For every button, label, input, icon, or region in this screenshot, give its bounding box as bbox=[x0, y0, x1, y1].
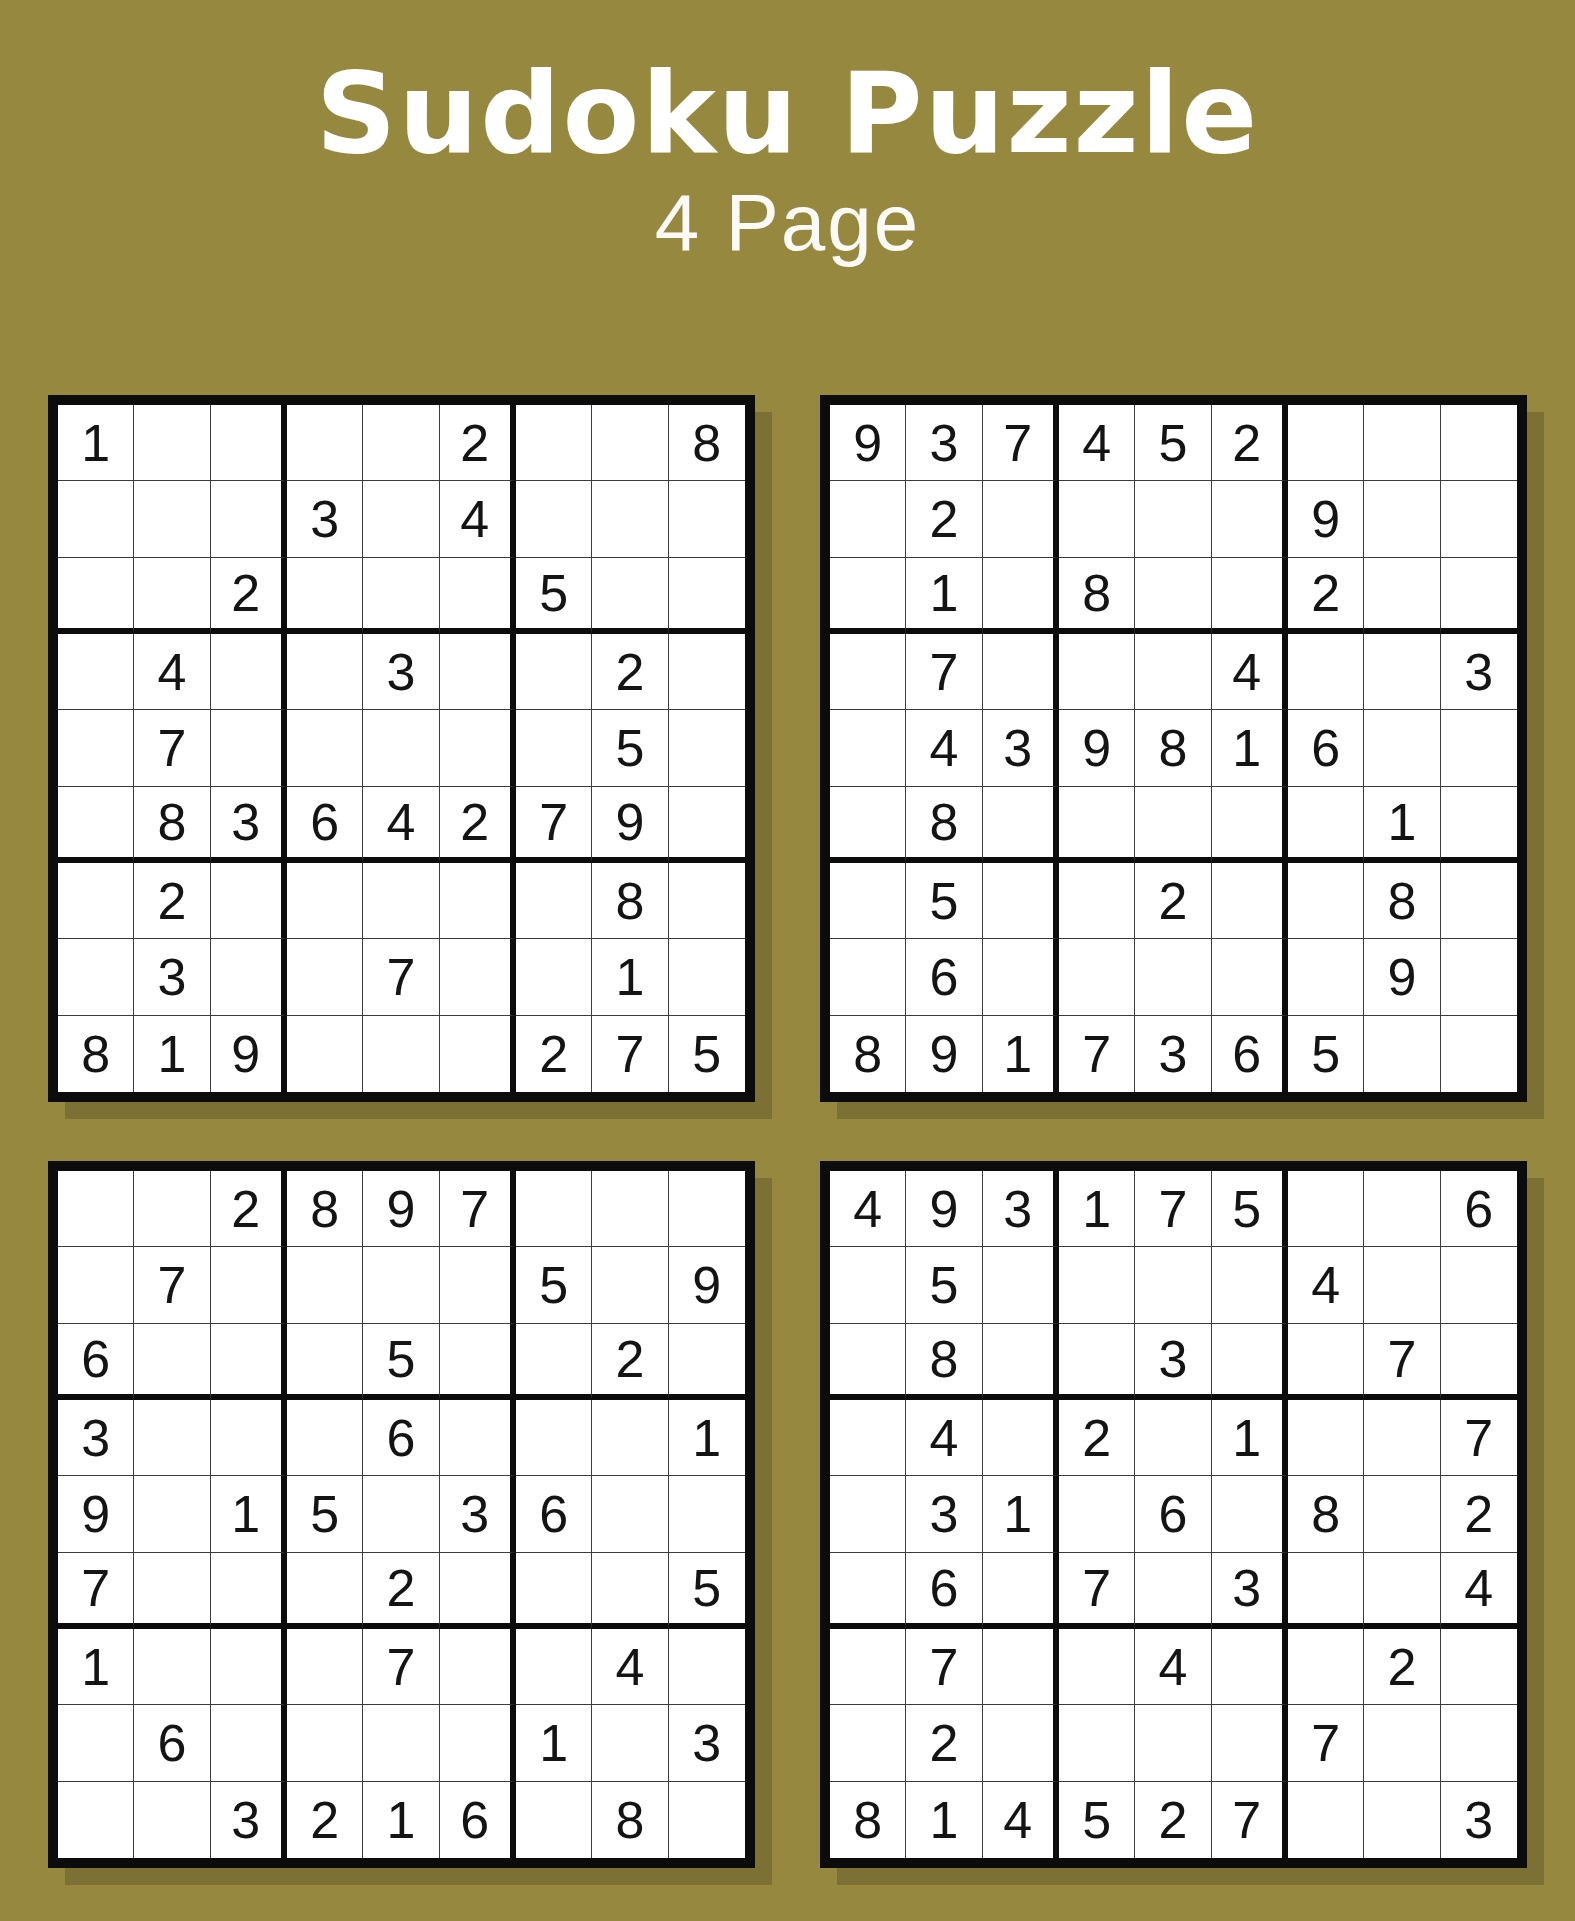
cell-b3-r1c9[interactable] bbox=[669, 1171, 745, 1247]
cell-b3-r7c2[interactable] bbox=[134, 1629, 210, 1705]
cell-b2-r7c8: 8 bbox=[1364, 863, 1440, 939]
cell-b4-r1c1: 4 bbox=[830, 1171, 906, 1247]
cell-b4-r3c6[interactable] bbox=[1212, 1324, 1288, 1400]
cell-b1-r9c5[interactable] bbox=[363, 1016, 439, 1092]
cell-b1-r6c3: 3 bbox=[211, 787, 287, 863]
cell-b4-r3c5: 3 bbox=[1135, 1324, 1211, 1400]
cell-b1-r9c7: 2 bbox=[516, 1016, 592, 1092]
cell-b4-r1c2: 9 bbox=[906, 1171, 982, 1247]
cell-b3-r9c5: 1 bbox=[363, 1782, 439, 1858]
cell-b2-r5c6: 1 bbox=[1212, 710, 1288, 786]
cell-b2-r6c1[interactable] bbox=[830, 787, 906, 863]
cell-b3-r7c5: 7 bbox=[363, 1629, 439, 1705]
cell-b2-r8c4[interactable] bbox=[1059, 939, 1135, 1015]
cell-b3-r4c3[interactable] bbox=[211, 1400, 287, 1476]
cell-b4-r8c2: 2 bbox=[906, 1705, 982, 1781]
cell-b3-r1c2[interactable] bbox=[134, 1171, 210, 1247]
cell-b1-r8c2: 3 bbox=[134, 939, 210, 1015]
cell-b4-r4c6: 1 bbox=[1212, 1400, 1288, 1476]
cell-b4-r2c6[interactable] bbox=[1212, 1247, 1288, 1323]
cell-b1-r8c3[interactable] bbox=[211, 939, 287, 1015]
cell-b3-r6c3[interactable] bbox=[211, 1553, 287, 1629]
cell-b2-r4c1[interactable] bbox=[830, 634, 906, 710]
cell-b1-r6c9[interactable] bbox=[669, 787, 745, 863]
cell-b4-r7c9[interactable] bbox=[1441, 1629, 1517, 1705]
cell-b4-r7c5: 4 bbox=[1135, 1629, 1211, 1705]
cell-b3-r8c4[interactable] bbox=[287, 1705, 363, 1781]
cell-b1-r2c7[interactable] bbox=[516, 481, 592, 557]
cell-b2-r1c4: 4 bbox=[1059, 405, 1135, 481]
cell-b3-r8c1[interactable] bbox=[58, 1705, 134, 1781]
cell-b1-r7c6[interactable] bbox=[440, 863, 516, 939]
cell-b3-r1c5: 9 bbox=[363, 1171, 439, 1247]
cell-b3-r2c3[interactable] bbox=[211, 1247, 287, 1323]
cell-b4-r2c8[interactable] bbox=[1364, 1247, 1440, 1323]
cell-b4-r5c1[interactable] bbox=[830, 1476, 906, 1552]
cell-b1-r6c8: 9 bbox=[592, 787, 668, 863]
cell-b1-r5c9[interactable] bbox=[669, 710, 745, 786]
cell-b2-r4c8[interactable] bbox=[1364, 634, 1440, 710]
cell-b2-r3c4: 8 bbox=[1059, 558, 1135, 634]
cell-b4-r7c1[interactable] bbox=[830, 1629, 906, 1705]
cell-b2-r4c3[interactable] bbox=[983, 634, 1059, 710]
cell-b1-r8c4[interactable] bbox=[287, 939, 363, 1015]
cell-b2-r7c6[interactable] bbox=[1212, 863, 1288, 939]
cell-b1-r2c1[interactable] bbox=[58, 481, 134, 557]
cell-b4-r1c3: 3 bbox=[983, 1171, 1059, 1247]
cell-b3-r7c1: 1 bbox=[58, 1629, 134, 1705]
cell-b2-r4c2: 7 bbox=[906, 634, 982, 710]
cell-b2-r8c6[interactable] bbox=[1212, 939, 1288, 1015]
cell-b3-r5c8[interactable] bbox=[592, 1476, 668, 1552]
cell-b1-r4c8: 2 bbox=[592, 634, 668, 710]
cell-b4-r4c4: 2 bbox=[1059, 1400, 1135, 1476]
cell-b4-r5c6[interactable] bbox=[1212, 1476, 1288, 1552]
cell-b4-r6c5[interactable] bbox=[1135, 1553, 1211, 1629]
cell-b2-r3c9[interactable] bbox=[1441, 558, 1517, 634]
cell-b3-r8c6[interactable] bbox=[440, 1705, 516, 1781]
cell-b3-r6c2[interactable] bbox=[134, 1553, 210, 1629]
cell-b3-r8c9: 3 bbox=[669, 1705, 745, 1781]
cell-b4-r7c6[interactable] bbox=[1212, 1629, 1288, 1705]
cell-b1-r1c7[interactable] bbox=[516, 405, 592, 481]
cell-b4-r7c7[interactable] bbox=[1288, 1629, 1364, 1705]
cell-b4-r4c8[interactable] bbox=[1364, 1400, 1440, 1476]
cell-b3-r3c9[interactable] bbox=[669, 1324, 745, 1400]
cell-b2-r2c3[interactable] bbox=[983, 481, 1059, 557]
cell-b1-r6c2: 8 bbox=[134, 787, 210, 863]
cell-b1-r1c5[interactable] bbox=[363, 405, 439, 481]
cell-b1-r1c8[interactable] bbox=[592, 405, 668, 481]
cell-b4-r6c8[interactable] bbox=[1364, 1553, 1440, 1629]
cell-b1-r5c1[interactable] bbox=[58, 710, 134, 786]
cell-b4-r6c4: 7 bbox=[1059, 1553, 1135, 1629]
cell-b1-r9c9: 5 bbox=[669, 1016, 745, 1092]
cell-b4-r5c5: 6 bbox=[1135, 1476, 1211, 1552]
cell-b2-r6c3[interactable] bbox=[983, 787, 1059, 863]
cell-b2-r9c9[interactable] bbox=[1441, 1016, 1517, 1092]
cell-b1-r5c4[interactable] bbox=[287, 710, 363, 786]
cell-b4-r5c9: 2 bbox=[1441, 1476, 1517, 1552]
cell-b4-r3c4[interactable] bbox=[1059, 1324, 1135, 1400]
cell-b3-r6c5: 2 bbox=[363, 1553, 439, 1629]
cell-b2-r3c8[interactable] bbox=[1364, 558, 1440, 634]
cell-b3-r7c8: 4 bbox=[592, 1629, 668, 1705]
cell-b4-r8c3[interactable] bbox=[983, 1705, 1059, 1781]
cell-b1-r2c5[interactable] bbox=[363, 481, 439, 557]
cell-b4-r4c5[interactable] bbox=[1135, 1400, 1211, 1476]
cell-b2-r6c8: 1 bbox=[1364, 787, 1440, 863]
cell-b2-r6c9[interactable] bbox=[1441, 787, 1517, 863]
cell-b1-r7c3[interactable] bbox=[211, 863, 287, 939]
cell-b3-r1c6: 7 bbox=[440, 1171, 516, 1247]
cell-b3-r6c6[interactable] bbox=[440, 1553, 516, 1629]
cell-b3-r9c7[interactable] bbox=[516, 1782, 592, 1858]
cell-b1-r3c1[interactable] bbox=[58, 558, 134, 634]
cell-b4-r7c4[interactable] bbox=[1059, 1629, 1135, 1705]
cell-b2-r7c4[interactable] bbox=[1059, 863, 1135, 939]
cell-b1-r8c9[interactable] bbox=[669, 939, 745, 1015]
cell-b2-r7c9[interactable] bbox=[1441, 863, 1517, 939]
cell-b1-r4c2: 4 bbox=[134, 634, 210, 710]
cell-b4-r3c3[interactable] bbox=[983, 1324, 1059, 1400]
cell-b2-r4c7[interactable] bbox=[1288, 634, 1364, 710]
cell-b3-r5c5[interactable] bbox=[363, 1476, 439, 1552]
cell-b2-r8c3[interactable] bbox=[983, 939, 1059, 1015]
cell-b4-r6c3[interactable] bbox=[983, 1553, 1059, 1629]
cell-b2-r2c8[interactable] bbox=[1364, 481, 1440, 557]
cell-b4-r6c1[interactable] bbox=[830, 1553, 906, 1629]
cell-b3-r9c8: 8 bbox=[592, 1782, 668, 1858]
cell-b4-r3c9[interactable] bbox=[1441, 1324, 1517, 1400]
cell-b4-r5c3: 1 bbox=[983, 1476, 1059, 1552]
cell-b2-r6c2: 8 bbox=[906, 787, 982, 863]
cell-b2-r4c6: 4 bbox=[1212, 634, 1288, 710]
cell-b1-r4c4[interactable] bbox=[287, 634, 363, 710]
cell-b4-r8c7: 7 bbox=[1288, 1705, 1364, 1781]
cell-b1-r1c3[interactable] bbox=[211, 405, 287, 481]
cell-b2-r4c4[interactable] bbox=[1059, 634, 1135, 710]
page-title: Sudoku Puzzle bbox=[0, 52, 1575, 175]
cell-b2-r8c9[interactable] bbox=[1441, 939, 1517, 1015]
cell-b1-r1c4[interactable] bbox=[287, 405, 363, 481]
cell-b1-r3c6[interactable] bbox=[440, 558, 516, 634]
cell-b4-r1c7[interactable] bbox=[1288, 1171, 1364, 1247]
cell-b2-r8c7[interactable] bbox=[1288, 939, 1364, 1015]
cell-b1-r7c4[interactable] bbox=[287, 863, 363, 939]
cell-b2-r9c1: 8 bbox=[830, 1016, 906, 1092]
cell-b1-r7c7[interactable] bbox=[516, 863, 592, 939]
cell-b4-r7c3[interactable] bbox=[983, 1629, 1059, 1705]
cell-b4-r9c3: 4 bbox=[983, 1782, 1059, 1858]
cell-b4-r4c1[interactable] bbox=[830, 1400, 906, 1476]
cell-b4-r1c6: 5 bbox=[1212, 1171, 1288, 1247]
cell-b1-r3c7: 5 bbox=[516, 558, 592, 634]
cell-b2-r1c2: 3 bbox=[906, 405, 982, 481]
cell-b2-r1c5: 5 bbox=[1135, 405, 1211, 481]
cell-b3-r9c1[interactable] bbox=[58, 1782, 134, 1858]
cell-b2-r7c3[interactable] bbox=[983, 863, 1059, 939]
cell-b4-r9c1: 8 bbox=[830, 1782, 906, 1858]
cell-b1-r4c5: 3 bbox=[363, 634, 439, 710]
cell-b1-r1c2[interactable] bbox=[134, 405, 210, 481]
cell-b2-r8c5[interactable] bbox=[1135, 939, 1211, 1015]
cell-b2-r6c7[interactable] bbox=[1288, 787, 1364, 863]
cell-b3-r1c1[interactable] bbox=[58, 1171, 134, 1247]
cell-b4-r9c2: 1 bbox=[906, 1782, 982, 1858]
cell-b3-r7c6[interactable] bbox=[440, 1629, 516, 1705]
cell-b3-r4c7[interactable] bbox=[516, 1400, 592, 1476]
cell-b3-r5c6: 3 bbox=[440, 1476, 516, 1552]
cell-b2-r2c1[interactable] bbox=[830, 481, 906, 557]
cell-b2-r3c6[interactable] bbox=[1212, 558, 1288, 634]
cell-b4-r5c7: 8 bbox=[1288, 1476, 1364, 1552]
cell-b4-r2c5[interactable] bbox=[1135, 1247, 1211, 1323]
cell-b3-r1c8[interactable] bbox=[592, 1171, 668, 1247]
cell-b4-r8c9[interactable] bbox=[1441, 1705, 1517, 1781]
cell-b4-r1c4: 1 bbox=[1059, 1171, 1135, 1247]
cell-b1-r6c7: 7 bbox=[516, 787, 592, 863]
cell-b2-r2c4[interactable] bbox=[1059, 481, 1135, 557]
sudoku-board-puzzle-bottom-right: 4931756548374217316826734742278145273 bbox=[820, 1161, 1527, 1868]
cell-b2-r5c9[interactable] bbox=[1441, 710, 1517, 786]
cell-b1-r7c5[interactable] bbox=[363, 863, 439, 939]
cell-b1-r8c1[interactable] bbox=[58, 939, 134, 1015]
cell-b1-r9c4[interactable] bbox=[287, 1016, 363, 1092]
sudoku-boards-container: 1283425432758364279283718192759374522918… bbox=[48, 395, 1527, 1868]
cell-b1-r7c8: 8 bbox=[592, 863, 668, 939]
page-header: Sudoku Puzzle 4 Page bbox=[0, 0, 1575, 263]
cell-b4-r9c8[interactable] bbox=[1364, 1782, 1440, 1858]
cell-b3-r3c8: 2 bbox=[592, 1324, 668, 1400]
cell-b1-r3c5[interactable] bbox=[363, 558, 439, 634]
cell-b2-r3c5[interactable] bbox=[1135, 558, 1211, 634]
cell-b1-r5c2: 7 bbox=[134, 710, 210, 786]
page-subtitle: 4 Page bbox=[0, 183, 1575, 263]
cell-b1-r6c5: 4 bbox=[363, 787, 439, 863]
cell-b1-r5c6[interactable] bbox=[440, 710, 516, 786]
cell-b4-r4c9: 7 bbox=[1441, 1400, 1517, 1476]
cell-b3-r8c3[interactable] bbox=[211, 1705, 287, 1781]
cell-b1-r4c1[interactable] bbox=[58, 634, 134, 710]
cell-b2-r3c3[interactable] bbox=[983, 558, 1059, 634]
cell-b2-r2c9[interactable] bbox=[1441, 481, 1517, 557]
cell-b3-r2c4[interactable] bbox=[287, 1247, 363, 1323]
cell-b4-r2c3[interactable] bbox=[983, 1247, 1059, 1323]
cell-b3-r1c3: 2 bbox=[211, 1171, 287, 1247]
cell-b4-r3c2: 8 bbox=[906, 1324, 982, 1400]
cell-b3-r7c9[interactable] bbox=[669, 1629, 745, 1705]
cell-b4-r4c3[interactable] bbox=[983, 1400, 1059, 1476]
cell-b3-r5c7: 6 bbox=[516, 1476, 592, 1552]
cell-b2-r9c5: 3 bbox=[1135, 1016, 1211, 1092]
cell-b4-r8c1[interactable] bbox=[830, 1705, 906, 1781]
cell-b1-r3c3: 2 bbox=[211, 558, 287, 634]
cell-b2-r5c5: 8 bbox=[1135, 710, 1211, 786]
cell-b1-r9c2: 1 bbox=[134, 1016, 210, 1092]
cell-b3-r4c1: 3 bbox=[58, 1400, 134, 1476]
cell-b1-r6c1[interactable] bbox=[58, 787, 134, 863]
cell-b3-r3c4[interactable] bbox=[287, 1324, 363, 1400]
cell-b2-r9c3: 1 bbox=[983, 1016, 1059, 1092]
cell-b2-r8c1[interactable] bbox=[830, 939, 906, 1015]
cell-b1-r4c6[interactable] bbox=[440, 634, 516, 710]
cell-b1-r2c8[interactable] bbox=[592, 481, 668, 557]
cell-b1-r5c8: 5 bbox=[592, 710, 668, 786]
cell-b4-r9c4: 5 bbox=[1059, 1782, 1135, 1858]
cell-b1-r1c1: 1 bbox=[58, 405, 134, 481]
cell-b2-r5c1[interactable] bbox=[830, 710, 906, 786]
sudoku-board-puzzle-bottom-left: 28977596523619153672517461332168 bbox=[48, 1161, 755, 1868]
cell-b2-r4c5[interactable] bbox=[1135, 634, 1211, 710]
cell-b3-r6c7[interactable] bbox=[516, 1553, 592, 1629]
cell-b3-r1c7[interactable] bbox=[516, 1171, 592, 1247]
cell-b3-r9c9[interactable] bbox=[669, 1782, 745, 1858]
sudoku-board-puzzle-top-right: 9374522918274343981681528698917365 bbox=[820, 395, 1527, 1102]
cell-b1-r9c8: 7 bbox=[592, 1016, 668, 1092]
cell-b4-r4c7[interactable] bbox=[1288, 1400, 1364, 1476]
cell-b3-r1c4: 8 bbox=[287, 1171, 363, 1247]
cell-b4-r6c7[interactable] bbox=[1288, 1553, 1364, 1629]
cell-b3-r5c3: 1 bbox=[211, 1476, 287, 1552]
cell-b3-r9c4: 2 bbox=[287, 1782, 363, 1858]
cell-b4-r3c1[interactable] bbox=[830, 1324, 906, 1400]
cell-b1-r3c2[interactable] bbox=[134, 558, 210, 634]
cell-b4-r4c2: 4 bbox=[906, 1400, 982, 1476]
cell-b4-r1c9: 6 bbox=[1441, 1171, 1517, 1247]
cell-b4-r2c7: 4 bbox=[1288, 1247, 1364, 1323]
cell-b4-r2c4[interactable] bbox=[1059, 1247, 1135, 1323]
cell-b3-r6c8[interactable] bbox=[592, 1553, 668, 1629]
cell-b3-r8c2: 6 bbox=[134, 1705, 210, 1781]
cell-b3-r9c6: 6 bbox=[440, 1782, 516, 1858]
cell-b3-r8c8[interactable] bbox=[592, 1705, 668, 1781]
cell-b4-r8c5[interactable] bbox=[1135, 1705, 1211, 1781]
cell-b2-r9c2: 9 bbox=[906, 1016, 982, 1092]
cell-b4-r6c2: 6 bbox=[906, 1553, 982, 1629]
cell-b3-r2c8[interactable] bbox=[592, 1247, 668, 1323]
cell-b1-r8c5: 7 bbox=[363, 939, 439, 1015]
cell-b4-r3c7[interactable] bbox=[1288, 1324, 1364, 1400]
cell-b2-r5c8[interactable] bbox=[1364, 710, 1440, 786]
cell-b4-r5c8[interactable] bbox=[1364, 1476, 1440, 1552]
cell-b3-r3c7[interactable] bbox=[516, 1324, 592, 1400]
cell-b2-r1c6: 2 bbox=[1212, 405, 1288, 481]
cell-b2-r5c3: 3 bbox=[983, 710, 1059, 786]
cell-b2-r3c1[interactable] bbox=[830, 558, 906, 634]
cell-b2-r7c2: 5 bbox=[906, 863, 982, 939]
cell-b3-r2c2: 7 bbox=[134, 1247, 210, 1323]
cell-b1-r7c1[interactable] bbox=[58, 863, 134, 939]
cell-b1-r2c6: 4 bbox=[440, 481, 516, 557]
sudoku-page: { "game": "sudoku", "page": { "title": "… bbox=[0, 0, 1575, 1921]
cell-b1-r2c3[interactable] bbox=[211, 481, 287, 557]
cell-b1-r5c5[interactable] bbox=[363, 710, 439, 786]
cell-b3-r5c2[interactable] bbox=[134, 1476, 210, 1552]
cell-b4-r9c5: 2 bbox=[1135, 1782, 1211, 1858]
cell-b4-r2c9[interactable] bbox=[1441, 1247, 1517, 1323]
cell-b2-r1c7[interactable] bbox=[1288, 405, 1364, 481]
cell-b1-r4c9[interactable] bbox=[669, 634, 745, 710]
cell-b3-r6c9: 5 bbox=[669, 1553, 745, 1629]
cell-b3-r9c2[interactable] bbox=[134, 1782, 210, 1858]
cell-b3-r4c5: 6 bbox=[363, 1400, 439, 1476]
cell-b4-r8c4[interactable] bbox=[1059, 1705, 1135, 1781]
cell-b2-r1c8[interactable] bbox=[1364, 405, 1440, 481]
cell-b2-r2c5[interactable] bbox=[1135, 481, 1211, 557]
cell-b2-r7c1[interactable] bbox=[830, 863, 906, 939]
cell-b1-r7c9[interactable] bbox=[669, 863, 745, 939]
cell-b4-r6c6: 3 bbox=[1212, 1553, 1288, 1629]
cell-b3-r4c8[interactable] bbox=[592, 1400, 668, 1476]
cell-b3-r2c6[interactable] bbox=[440, 1247, 516, 1323]
cell-b4-r5c4[interactable] bbox=[1059, 1476, 1135, 1552]
cell-b3-r6c4[interactable] bbox=[287, 1553, 363, 1629]
cell-b2-r7c5: 2 bbox=[1135, 863, 1211, 939]
cell-b3-r7c3[interactable] bbox=[211, 1629, 287, 1705]
cell-b1-r5c3[interactable] bbox=[211, 710, 287, 786]
cell-b3-r9c3: 3 bbox=[211, 1782, 287, 1858]
cell-b4-r7c2: 7 bbox=[906, 1629, 982, 1705]
cell-b3-r4c6[interactable] bbox=[440, 1400, 516, 1476]
cell-b2-r7c7[interactable] bbox=[1288, 863, 1364, 939]
cell-b3-r4c9: 1 bbox=[669, 1400, 745, 1476]
cell-b3-r3c2[interactable] bbox=[134, 1324, 210, 1400]
cell-b1-r2c9[interactable] bbox=[669, 481, 745, 557]
cell-b4-r6c9: 4 bbox=[1441, 1553, 1517, 1629]
cell-b1-r5c7[interactable] bbox=[516, 710, 592, 786]
cell-b3-r5c9[interactable] bbox=[669, 1476, 745, 1552]
cell-b1-r3c4[interactable] bbox=[287, 558, 363, 634]
cell-b2-r2c6[interactable] bbox=[1212, 481, 1288, 557]
cell-b4-r1c8[interactable] bbox=[1364, 1171, 1440, 1247]
cell-b3-r7c4[interactable] bbox=[287, 1629, 363, 1705]
cell-b3-r4c4[interactable] bbox=[287, 1400, 363, 1476]
cell-b1-r4c7[interactable] bbox=[516, 634, 592, 710]
cell-b3-r8c5[interactable] bbox=[363, 1705, 439, 1781]
cell-b3-r2c1[interactable] bbox=[58, 1247, 134, 1323]
cell-b4-r2c1[interactable] bbox=[830, 1247, 906, 1323]
cell-b4-r8c6[interactable] bbox=[1212, 1705, 1288, 1781]
cell-b2-r1c9[interactable] bbox=[1441, 405, 1517, 481]
cell-b2-r6c6[interactable] bbox=[1212, 787, 1288, 863]
cell-b1-r3c9[interactable] bbox=[669, 558, 745, 634]
cell-b1-r8c6[interactable] bbox=[440, 939, 516, 1015]
cell-b2-r9c7: 5 bbox=[1288, 1016, 1364, 1092]
cell-b2-r9c8[interactable] bbox=[1364, 1016, 1440, 1092]
cell-b1-r4c3[interactable] bbox=[211, 634, 287, 710]
cell-b3-r3c3[interactable] bbox=[211, 1324, 287, 1400]
cell-b3-r3c6[interactable] bbox=[440, 1324, 516, 1400]
cell-b1-r2c2[interactable] bbox=[134, 481, 210, 557]
cell-b4-r8c8[interactable] bbox=[1364, 1705, 1440, 1781]
cell-b1-r1c6: 2 bbox=[440, 405, 516, 481]
cell-b3-r2c5[interactable] bbox=[363, 1247, 439, 1323]
cell-b2-r6c5[interactable] bbox=[1135, 787, 1211, 863]
cell-b1-r8c7[interactable] bbox=[516, 939, 592, 1015]
cell-b3-r3c5: 5 bbox=[363, 1324, 439, 1400]
cell-b1-r6c4: 6 bbox=[287, 787, 363, 863]
cell-b3-r7c7[interactable] bbox=[516, 1629, 592, 1705]
cell-b2-r8c8: 9 bbox=[1364, 939, 1440, 1015]
cell-b1-r9c6[interactable] bbox=[440, 1016, 516, 1092]
cell-b2-r6c4[interactable] bbox=[1059, 787, 1135, 863]
cell-b4-r2c2: 5 bbox=[906, 1247, 982, 1323]
cell-b1-r3c8[interactable] bbox=[592, 558, 668, 634]
cell-b4-r9c7[interactable] bbox=[1288, 1782, 1364, 1858]
cell-b3-r4c2[interactable] bbox=[134, 1400, 210, 1476]
sudoku-board-puzzle-top-left: 128342543275836427928371819275 bbox=[48, 395, 755, 1102]
